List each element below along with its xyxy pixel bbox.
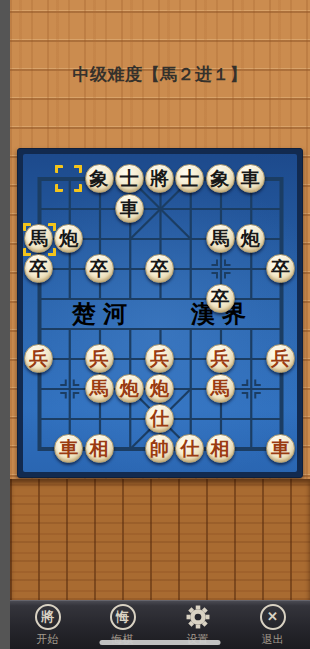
page-title: 中级难度【馬２进１】 xyxy=(10,63,310,86)
black-piece-車[interactable]: 車 xyxy=(236,164,265,193)
red-piece-兵[interactable]: 兵 xyxy=(145,344,174,373)
black-piece-車[interactable]: 車 xyxy=(115,194,144,223)
home-indicator[interactable] xyxy=(100,640,221,645)
red-piece-仕[interactable]: 仕 xyxy=(145,404,174,433)
red-piece-兵[interactable]: 兵 xyxy=(206,344,235,373)
black-piece-士[interactable]: 士 xyxy=(115,164,144,193)
undo-circle-icon: 悔 xyxy=(110,604,136,630)
red-piece-炮[interactable]: 炮 xyxy=(145,374,174,403)
start-button-label: 开始 xyxy=(37,632,59,647)
red-piece-車[interactable]: 車 xyxy=(266,434,295,463)
exit-button[interactable]: ✕ 退出 xyxy=(243,604,303,647)
red-piece-炮[interactable]: 炮 xyxy=(115,374,144,403)
red-piece-馬[interactable]: 馬 xyxy=(85,374,114,403)
black-piece-卒[interactable]: 卒 xyxy=(24,254,53,283)
black-piece-象[interactable]: 象 xyxy=(206,164,235,193)
black-piece-象[interactable]: 象 xyxy=(85,164,114,193)
black-piece-卒[interactable]: 卒 xyxy=(206,284,235,313)
black-piece-馬[interactable]: 馬 xyxy=(24,224,53,253)
app-screen: 中级难度【馬２进１】 楚河 漢界 象士將士象車車馬炮馬炮卒卒卒卒卒兵兵兵兵兵馬炮… xyxy=(10,0,310,649)
lower-wood-panel xyxy=(10,479,310,600)
black-piece-炮[interactable]: 炮 xyxy=(54,224,83,253)
black-piece-將[interactable]: 將 xyxy=(145,164,174,193)
exit-icon-char: ✕ xyxy=(267,610,278,623)
exit-circle-icon: ✕ xyxy=(260,604,286,630)
gear-icon xyxy=(185,604,211,630)
last-move-from-marker xyxy=(55,165,82,192)
red-piece-兵[interactable]: 兵 xyxy=(24,344,53,373)
undo-icon-char: 悔 xyxy=(116,610,129,623)
red-piece-兵[interactable]: 兵 xyxy=(85,344,114,373)
red-piece-相[interactable]: 相 xyxy=(85,434,114,463)
start-button[interactable]: 將 开始 xyxy=(18,604,78,647)
red-piece-相[interactable]: 相 xyxy=(206,434,235,463)
black-piece-卒[interactable]: 卒 xyxy=(85,254,114,283)
red-piece-車[interactable]: 車 xyxy=(54,434,83,463)
black-piece-士[interactable]: 士 xyxy=(175,164,204,193)
black-piece-卒[interactable]: 卒 xyxy=(145,254,174,283)
start-icon-char: 將 xyxy=(41,610,54,623)
red-piece-馬[interactable]: 馬 xyxy=(206,374,235,403)
start-piece-circle-icon: 將 xyxy=(35,604,61,630)
black-piece-炮[interactable]: 炮 xyxy=(236,224,265,253)
black-piece-卒[interactable]: 卒 xyxy=(266,254,295,283)
pieces-grid: 象士將士象車車馬炮馬炮卒卒卒卒卒兵兵兵兵兵馬炮炮馬仕車相帥仕相車 xyxy=(23,163,295,463)
black-piece-馬[interactable]: 馬 xyxy=(206,224,235,253)
red-piece-仕[interactable]: 仕 xyxy=(175,434,204,463)
exit-button-label: 退出 xyxy=(262,632,284,647)
red-piece-兵[interactable]: 兵 xyxy=(266,344,295,373)
red-piece-帥[interactable]: 帥 xyxy=(145,434,174,463)
